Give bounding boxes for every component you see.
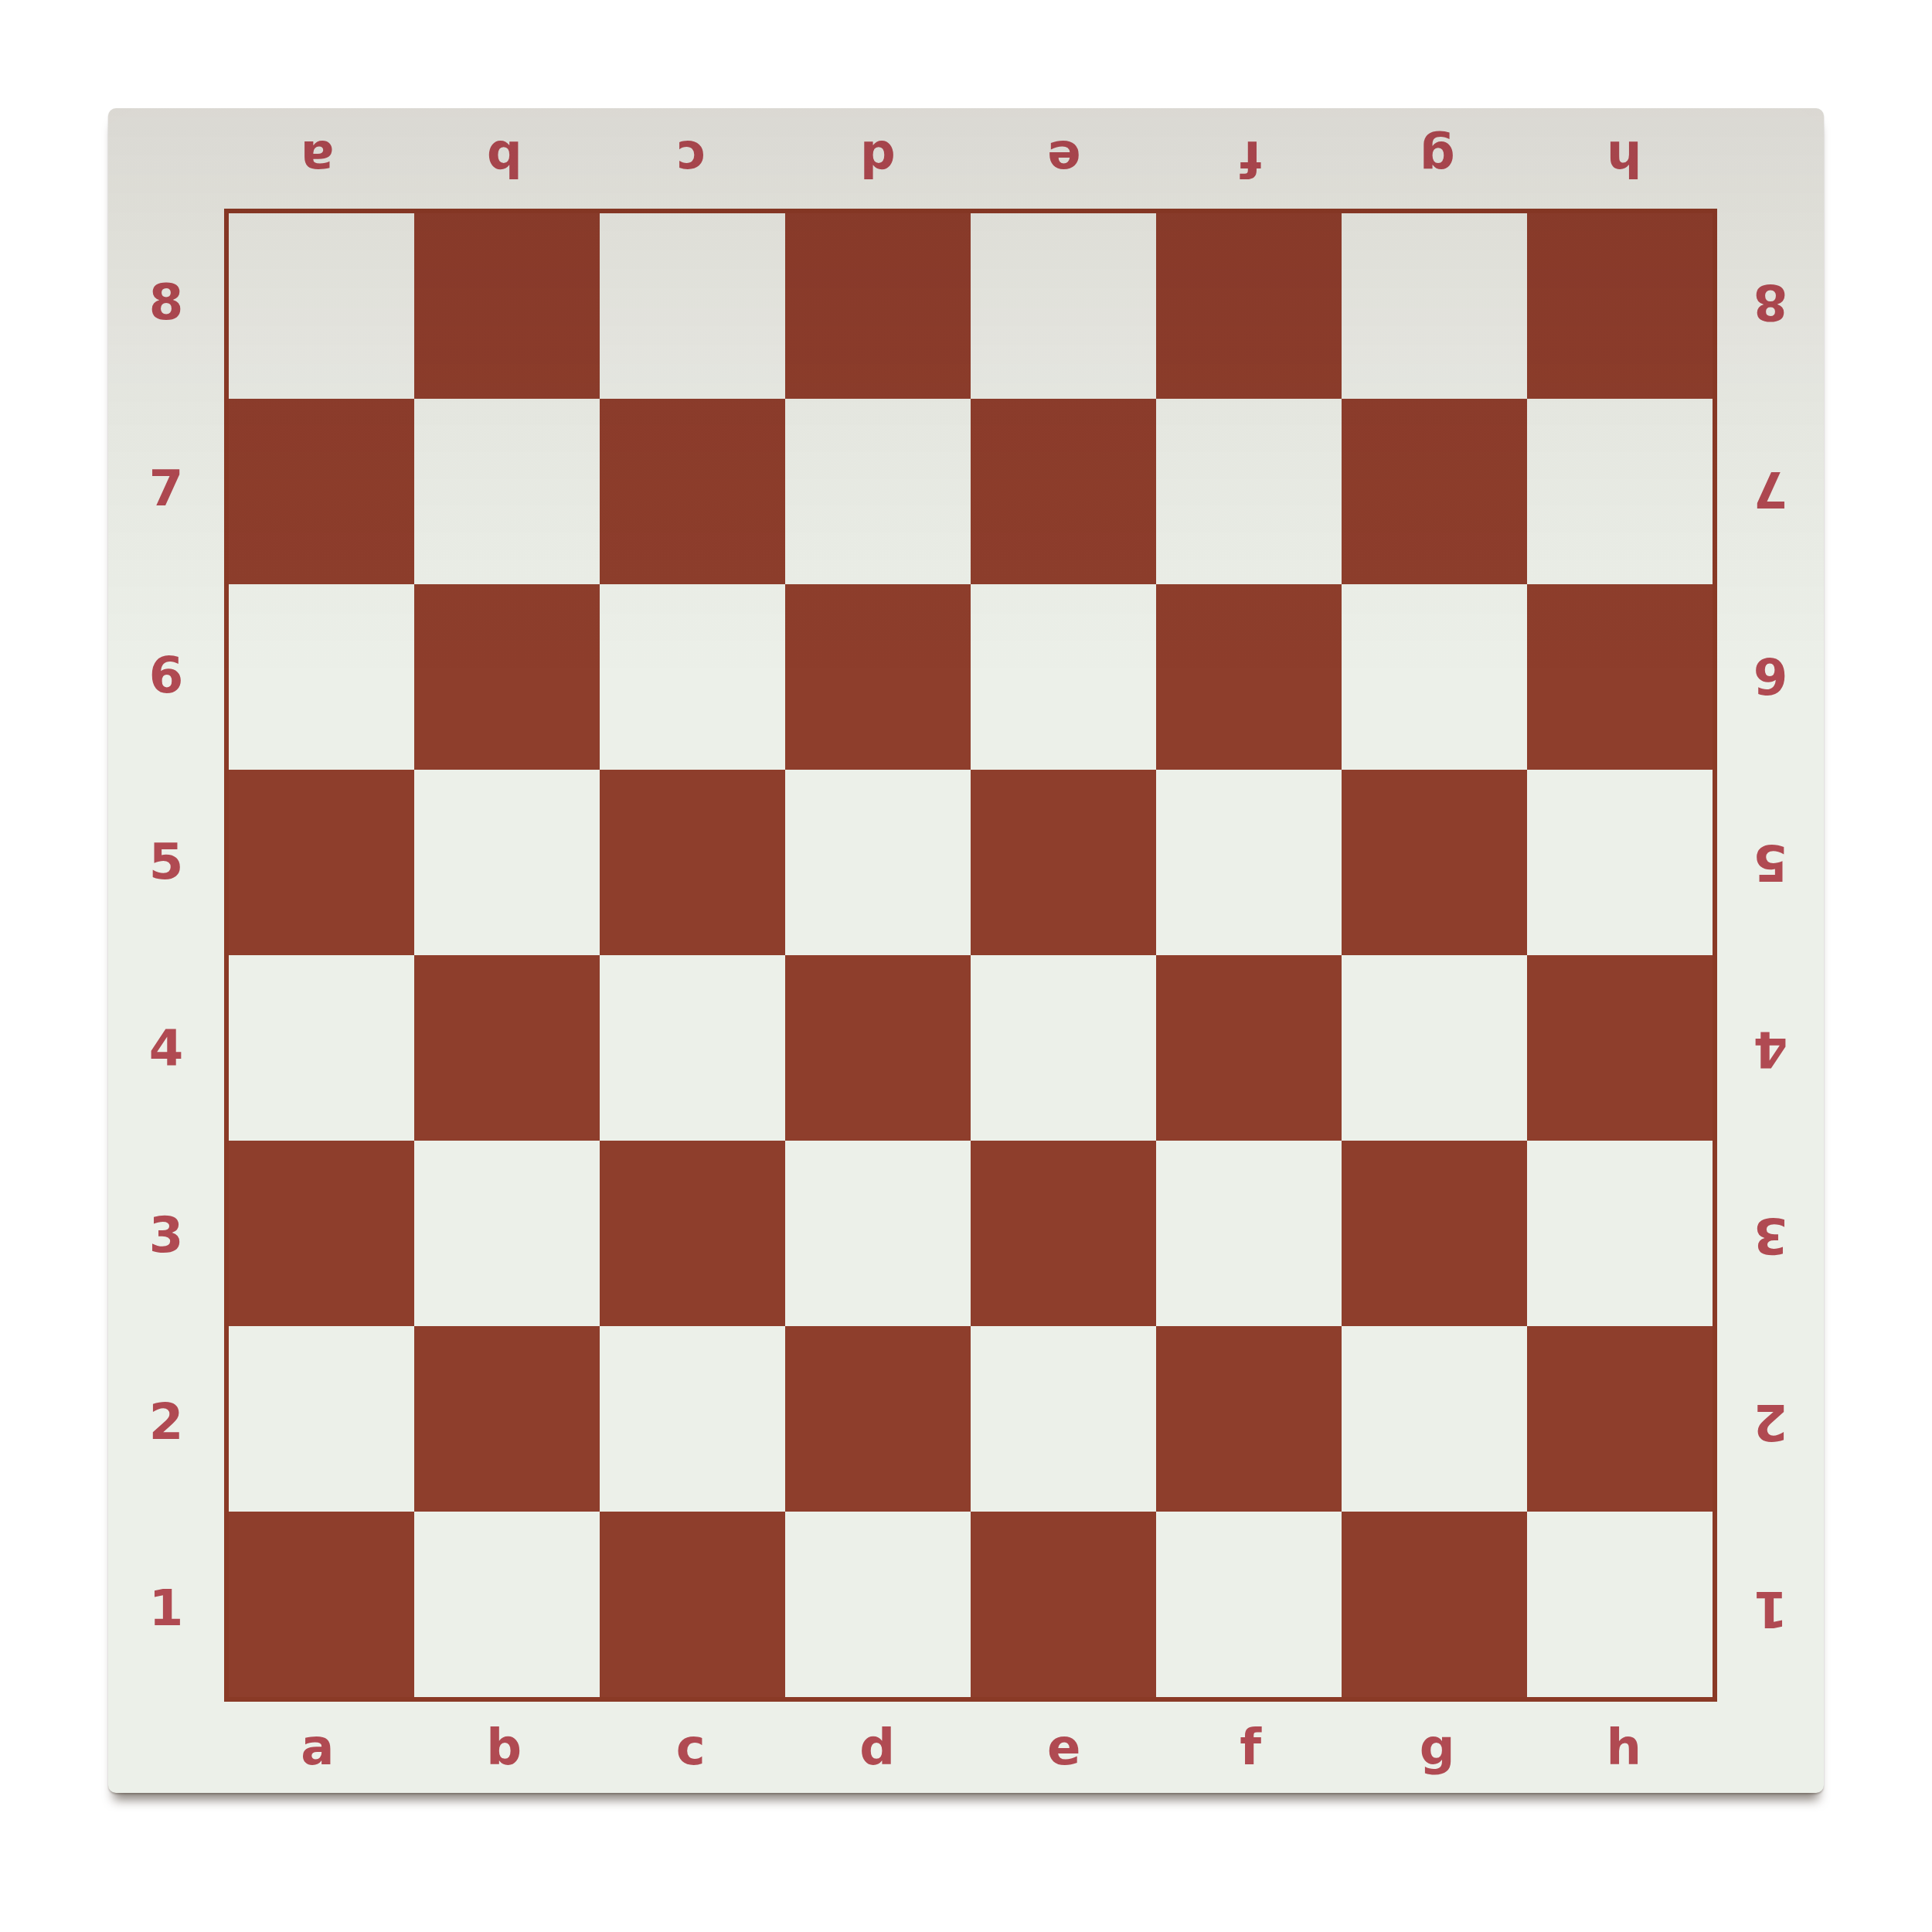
square-e1[interactable] (971, 1512, 1156, 1697)
square-g1[interactable] (1342, 1512, 1527, 1697)
square-h3[interactable] (1527, 1141, 1713, 1326)
square-f4[interactable] (1156, 955, 1342, 1141)
square-c8[interactable] (600, 213, 785, 399)
square-c5[interactable] (600, 770, 785, 955)
square-a2[interactable] (229, 1326, 414, 1512)
rank-labels-right: 87654321 (1717, 209, 1824, 1702)
square-c6[interactable] (600, 584, 785, 770)
square-h5[interactable] (1527, 770, 1713, 955)
square-f7[interactable] (1156, 399, 1342, 584)
square-b7[interactable] (414, 399, 600, 584)
rank-label-6-left: 6 (108, 582, 224, 769)
rank-labels-left: 87654321 (108, 209, 224, 1702)
square-b8[interactable] (414, 213, 600, 399)
square-h1[interactable] (1527, 1512, 1713, 1697)
rank-label-5-left: 5 (108, 769, 224, 956)
square-d6[interactable] (785, 584, 971, 770)
square-d1[interactable] (785, 1512, 971, 1697)
square-g4[interactable] (1342, 955, 1527, 1141)
square-g5[interactable] (1342, 770, 1527, 955)
file-label-f-top: f (1158, 108, 1345, 209)
chessboard-grid (224, 209, 1717, 1702)
file-label-b-top: b (411, 108, 598, 209)
rank-label-7-left: 7 (108, 396, 224, 583)
rank-label-6-right: 6 (1717, 582, 1824, 769)
square-c4[interactable] (600, 955, 785, 1141)
square-c7[interactable] (600, 399, 785, 584)
square-c2[interactable] (600, 1326, 785, 1512)
rank-label-8-right: 8 (1717, 209, 1824, 396)
rank-label-2-right: 2 (1717, 1328, 1824, 1515)
photo-background: abcdefgh 87654321 87654321 abcdefgh (0, 0, 1932, 1932)
square-e2[interactable] (971, 1326, 1156, 1512)
square-e3[interactable] (971, 1141, 1156, 1326)
rank-label-4-right: 4 (1717, 955, 1824, 1142)
square-e7[interactable] (971, 399, 1156, 584)
square-a8[interactable] (229, 213, 414, 399)
square-b4[interactable] (414, 955, 600, 1141)
square-f8[interactable] (1156, 213, 1342, 399)
file-label-f-bottom: f (1158, 1702, 1345, 1793)
rank-label-7-right: 7 (1717, 396, 1824, 583)
square-h8[interactable] (1527, 213, 1713, 399)
square-e5[interactable] (971, 770, 1156, 955)
file-label-c-bottom: c (597, 1702, 784, 1793)
square-g8[interactable] (1342, 213, 1527, 399)
square-a5[interactable] (229, 770, 414, 955)
rank-label-8-left: 8 (108, 209, 224, 396)
square-b2[interactable] (414, 1326, 600, 1512)
rank-label-5-right: 5 (1717, 769, 1824, 956)
square-b1[interactable] (414, 1512, 600, 1697)
square-d2[interactable] (785, 1326, 971, 1512)
square-a4[interactable] (229, 955, 414, 1141)
chessboard-mat: abcdefgh 87654321 87654321 abcdefgh (108, 108, 1824, 1793)
square-b6[interactable] (414, 584, 600, 770)
square-g6[interactable] (1342, 584, 1527, 770)
square-e6[interactable] (971, 584, 1156, 770)
file-label-c-top: c (597, 108, 784, 209)
square-g3[interactable] (1342, 1141, 1527, 1326)
square-d7[interactable] (785, 399, 971, 584)
square-c3[interactable] (600, 1141, 785, 1326)
square-g2[interactable] (1342, 1326, 1527, 1512)
square-g7[interactable] (1342, 399, 1527, 584)
square-h2[interactable] (1527, 1326, 1713, 1512)
square-f6[interactable] (1156, 584, 1342, 770)
square-f2[interactable] (1156, 1326, 1342, 1512)
rank-label-1-left: 1 (108, 1515, 224, 1702)
square-h4[interactable] (1527, 955, 1713, 1141)
file-label-g-top: g (1344, 108, 1531, 209)
rank-label-4-left: 4 (108, 955, 224, 1142)
square-h6[interactable] (1527, 584, 1713, 770)
file-labels-top: abcdefgh (224, 108, 1717, 209)
square-a3[interactable] (229, 1141, 414, 1326)
file-label-b-bottom: b (411, 1702, 598, 1793)
file-label-g-bottom: g (1344, 1702, 1531, 1793)
square-e8[interactable] (971, 213, 1156, 399)
file-label-e-top: e (971, 108, 1158, 209)
rank-label-2-left: 2 (108, 1328, 224, 1515)
file-label-d-top: d (784, 108, 971, 209)
file-labels-bottom: abcdefgh (224, 1702, 1717, 1793)
square-d4[interactable] (785, 955, 971, 1141)
square-c1[interactable] (600, 1512, 785, 1697)
file-label-e-bottom: e (971, 1702, 1158, 1793)
square-a7[interactable] (229, 399, 414, 584)
square-e4[interactable] (971, 955, 1156, 1141)
file-label-a-top: a (224, 108, 411, 209)
file-label-h-top: h (1531, 108, 1718, 209)
file-label-a-bottom: a (224, 1702, 411, 1793)
square-d3[interactable] (785, 1141, 971, 1326)
square-a1[interactable] (229, 1512, 414, 1697)
rank-label-1-right: 1 (1717, 1515, 1824, 1702)
square-d5[interactable] (785, 770, 971, 955)
file-label-d-bottom: d (784, 1702, 971, 1793)
rank-label-3-right: 3 (1717, 1142, 1824, 1329)
square-b3[interactable] (414, 1141, 600, 1326)
square-f3[interactable] (1156, 1141, 1342, 1326)
square-h7[interactable] (1527, 399, 1713, 584)
square-a6[interactable] (229, 584, 414, 770)
file-label-h-bottom: h (1531, 1702, 1718, 1793)
rank-label-3-left: 3 (108, 1142, 224, 1329)
square-b5[interactable] (414, 770, 600, 955)
square-d8[interactable] (785, 213, 971, 399)
square-f1[interactable] (1156, 1512, 1342, 1697)
square-f5[interactable] (1156, 770, 1342, 955)
